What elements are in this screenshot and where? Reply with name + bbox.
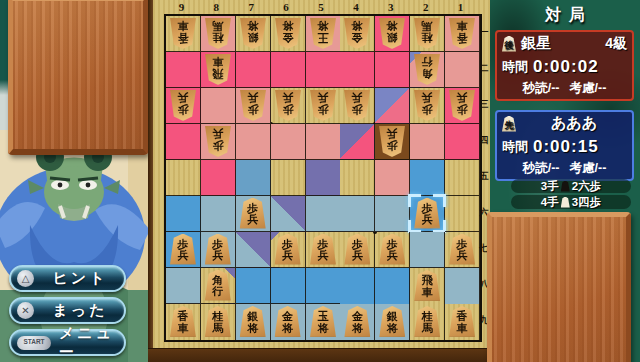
square-9-3[interactable]: 歩兵 [166,88,201,124]
piece-sente-1-9[interactable]: 香車 [449,306,476,337]
square-8-9[interactable]: 桂馬 [201,304,236,340]
square-9-2[interactable] [166,52,201,88]
square-6-8[interactable] [271,268,306,304]
undo-button[interactable]: ✕ まった [9,297,126,324]
square-6-7[interactable]: 歩兵 [271,232,306,268]
square-7-9[interactable]: 銀将 [236,304,271,340]
square-1-1[interactable]: 香車 [445,16,480,52]
move-number: 4手 [541,195,559,210]
piece-gote-4-3[interactable]: 歩兵 [344,89,371,120]
gote-player-box: 後 銀星 4級 時間 0:00:02 秒読/-- 考慮/-- [495,30,634,101]
gote-player-name: 銀星 [521,34,551,53]
square-6-9[interactable]: 金将 [271,304,306,340]
square-4-2[interactable] [340,52,375,88]
piece-sente-8-9[interactable]: 桂馬 [204,306,231,337]
board-grid: 香車桂馬銀将金将王将金将銀将桂馬香車飛車角行歩兵歩兵歩兵歩兵歩兵歩兵歩兵歩兵歩兵… [164,14,482,342]
square-4-3[interactable]: 歩兵 [340,88,375,124]
square-6-2[interactable] [271,52,306,88]
square-7-5[interactable] [236,160,271,196]
piece-gote-6-1[interactable]: 金将 [274,17,301,48]
file-labels: 987654321 [164,0,478,14]
square-1-4[interactable] [445,124,480,160]
square-8-8[interactable]: 角行 [201,268,236,304]
square-8-6[interactable] [201,196,236,232]
square-2-4[interactable] [410,124,445,160]
piece-sente-7-9[interactable]: 銀将 [239,306,266,337]
piece-gote-2-1[interactable]: 桂馬 [414,17,441,48]
piece-gote-3-1[interactable]: 銀将 [379,17,406,48]
piece-gote-8-2[interactable]: 飛車 [204,53,231,84]
file-label-1: 1 [443,0,478,14]
start-button-icon: START [17,336,51,350]
square-3-4[interactable]: 歩兵 [375,124,410,160]
piece-gote-2-2[interactable]: 角行 [414,53,441,84]
square-2-2[interactable]: 角行 [410,52,445,88]
piece-gote-1-3[interactable]: 歩兵 [449,89,476,120]
square-9-5[interactable] [166,160,201,196]
gote-byoyomi: 秒読/-- [523,80,560,97]
piece-gote-2-3[interactable]: 歩兵 [414,89,441,120]
square-8-3[interactable] [201,88,236,124]
sente-player-name: あああ [551,114,597,133]
piece-sente-3-7[interactable]: 歩兵 [379,233,406,264]
square-2-6[interactable]: 歩兵 [410,196,445,232]
square-1-6[interactable] [445,196,480,232]
square-2-8[interactable]: 飛車 [410,268,445,304]
piece-sente-2-8[interactable]: 飛車 [414,270,441,301]
square-5-1[interactable]: 王将 [306,16,341,52]
piece-gote-7-1[interactable]: 銀将 [239,17,266,48]
square-5-8[interactable] [306,268,341,304]
hint-button-label: ヒント [52,269,107,288]
square-8-1[interactable]: 桂馬 [201,16,236,52]
piece-gote-6-3[interactable]: 歩兵 [274,89,301,120]
square-7-7[interactable] [236,232,271,268]
square-8-4[interactable]: 歩兵 [201,124,236,160]
square-7-1[interactable]: 銀将 [236,16,271,52]
piece-gote-3-4[interactable]: 歩兵 [379,125,406,156]
move-history-item: 3手 2六歩 [511,179,631,193]
shogi-game-screen: △ ヒント ✕ まった START メニュー 987654321 一二三四五六七… [0,0,640,362]
square-5-7[interactable]: 歩兵 [306,232,341,268]
square-6-5[interactable] [271,160,306,196]
square-1-7[interactable]: 歩兵 [445,232,480,268]
piece-sente-2-9[interactable]: 桂馬 [414,306,441,337]
piece-sente-8-7[interactable]: 歩兵 [204,233,231,264]
piece-gote-1-1[interactable]: 香車 [449,17,476,48]
square-6-1[interactable]: 金将 [271,16,306,52]
piece-sente-6-7[interactable]: 歩兵 [274,233,301,264]
square-6-4[interactable] [271,124,306,160]
piece-gote-4-1[interactable]: 金将 [344,17,371,48]
sente-thinking: 考慮/-- [570,160,607,177]
sente-move-marker-icon [561,181,570,192]
square-3-6[interactable] [375,196,410,232]
cross-button-icon: ✕ [17,302,34,319]
square-9-9[interactable]: 香車 [166,304,201,340]
piece-gote-5-3[interactable]: 歩兵 [309,89,336,120]
piece-sente-8-8[interactable]: 角行 [204,269,231,300]
move-history-item: 4手 3四歩 [511,195,631,209]
square-7-3[interactable]: 歩兵 [236,88,271,124]
square-1-9[interactable]: 香車 [445,304,480,340]
board-left-edge [148,0,153,348]
file-label-6: 6 [269,0,304,14]
piece-sente-1-7[interactable]: 歩兵 [449,233,476,264]
square-6-6[interactable] [271,196,306,232]
captured-piece-stand-gote [8,0,148,155]
sente-time-label: 時間 [502,138,528,156]
square-5-2[interactable] [306,52,341,88]
square-3-1[interactable]: 銀将 [375,16,410,52]
gote-time-value: 0:00:02 [533,57,599,77]
piece-sente-4-7[interactable]: 歩兵 [344,233,371,264]
file-label-2: 2 [408,0,443,14]
square-8-5[interactable] [201,160,236,196]
undo-button-label: まった [52,301,107,320]
square-7-2[interactable] [236,52,271,88]
file-label-3: 3 [373,0,408,14]
square-8-2[interactable]: 飛車 [201,52,236,88]
square-3-7[interactable]: 歩兵 [375,232,410,268]
square-7-4[interactable] [236,124,271,160]
square-3-2[interactable] [375,52,410,88]
piece-gote-7-3[interactable]: 歩兵 [239,89,266,120]
left-panel: △ ヒント ✕ まった START メニュー [0,0,148,362]
piece-sente-9-7[interactable]: 歩兵 [169,233,196,264]
piece-gote-8-1[interactable]: 桂馬 [204,17,231,48]
square-2-9[interactable]: 桂馬 [410,304,445,340]
square-6-3[interactable]: 歩兵 [271,88,306,124]
square-2-3[interactable]: 歩兵 [410,88,445,124]
square-4-9[interactable]: 金将 [340,304,375,340]
piece-gote-5-1[interactable]: 王将 [309,17,336,48]
square-1-3[interactable]: 歩兵 [445,88,480,124]
square-5-4[interactable] [306,124,341,160]
file-label-5: 5 [304,0,339,14]
square-2-7[interactable] [410,232,445,268]
file-label-9: 9 [164,0,199,14]
piece-sente-5-9[interactable]: 玉将 [309,306,336,337]
gote-thinking: 考慮/-- [570,80,607,97]
piece-sente-5-7[interactable]: 歩兵 [309,233,336,264]
square-9-6[interactable] [166,196,201,232]
piece-gote-9-3[interactable]: 歩兵 [169,89,196,120]
square-4-5[interactable] [340,160,375,196]
square-4-1[interactable]: 金将 [340,16,375,52]
menu-button-label: メニュー [59,324,118,362]
file-label-4: 4 [338,0,373,14]
square-9-1[interactable]: 香車 [166,16,201,52]
square-5-3[interactable]: 歩兵 [306,88,341,124]
square-5-5[interactable] [306,160,341,196]
piece-sente-7-6[interactable]: 歩兵 [239,197,266,228]
board-front-edge [148,348,490,362]
sente-marker-icon: 先 [502,116,516,132]
triangle-button-icon: △ [17,270,34,287]
square-9-7[interactable]: 歩兵 [166,232,201,268]
sente-time-value: 0:00:15 [533,137,599,157]
move-text: 3四歩 [572,195,601,210]
piece-sente-4-9[interactable]: 金将 [344,306,371,337]
move-text: 2六歩 [572,179,601,194]
file-label-7: 7 [234,0,269,14]
gote-marker-icon: 後 [502,36,516,52]
piece-gote-8-4[interactable]: 歩兵 [204,125,231,156]
square-4-8[interactable] [340,268,375,304]
gote-move-marker-icon [561,197,570,208]
square-1-2[interactable] [445,52,480,88]
sente-byoyomi: 秒読/-- [523,160,560,177]
gote-player-grade: 4級 [605,35,627,53]
square-3-8[interactable] [375,268,410,304]
shogi-board: 987654321 一二三四五六七八九 香車桂馬銀将金将王将金将銀将桂馬香車飛車… [148,0,490,362]
square-9-4[interactable] [166,124,201,160]
square-1-5[interactable] [445,160,480,196]
square-1-8[interactable] [445,268,480,304]
piece-gote-9-1[interactable]: 香車 [169,17,196,48]
square-4-4[interactable] [340,124,375,160]
piece-sente-6-9[interactable]: 金将 [274,306,301,337]
square-5-6[interactable] [306,196,341,232]
square-3-9[interactable]: 銀将 [375,304,410,340]
gote-time-label: 時間 [502,58,528,76]
sente-player-box: 先 あああ 時間 0:00:15 秒読/-- 考慮/-- [495,110,634,181]
square-3-3[interactable] [375,88,410,124]
file-label-8: 8 [199,0,234,14]
square-4-7[interactable]: 歩兵 [340,232,375,268]
square-2-5[interactable] [410,160,445,196]
piece-sente-9-9[interactable]: 香車 [169,306,196,337]
piece-sente-3-9[interactable]: 銀将 [379,306,406,337]
square-7-8[interactable] [236,268,271,304]
menu-button[interactable]: START メニュー [9,329,126,356]
piece-sente-2-6[interactable]: 歩兵 [414,197,441,228]
square-9-8[interactable] [166,268,201,304]
panel-title: 対局 [490,5,640,26]
hint-button[interactable]: △ ヒント [9,265,126,292]
square-3-5[interactable] [375,160,410,196]
captured-piece-stand-sente [487,212,631,362]
move-number: 3手 [541,179,559,194]
square-2-1[interactable]: 桂馬 [410,16,445,52]
square-8-7[interactable]: 歩兵 [201,232,236,268]
square-5-9[interactable]: 玉将 [306,304,341,340]
square-7-6[interactable]: 歩兵 [236,196,271,232]
square-4-6[interactable] [340,196,375,232]
